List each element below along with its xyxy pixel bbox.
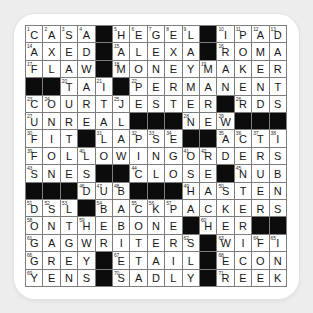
cell-letter: Y (183, 270, 199, 286)
grid-cell: O (235, 43, 251, 59)
cell-letter: L (61, 200, 77, 216)
grid-cell: X (43, 43, 59, 59)
grid-cell: B (270, 165, 286, 181)
grid-cell: E (78, 113, 94, 129)
grid-cell: T (165, 96, 181, 112)
cell-letter: E (113, 252, 129, 268)
grid-cell: U (61, 96, 77, 112)
cell-letter: G (148, 26, 164, 42)
grid-cell: 30F (26, 130, 42, 146)
cell-letter: G (26, 235, 42, 251)
cell-letter: I (165, 252, 181, 268)
cell-letter: I (130, 148, 146, 164)
grid-cell: R (270, 61, 286, 77)
cell-letter: B (113, 217, 129, 233)
block-cell (113, 78, 129, 94)
cell-letter: Y (26, 270, 42, 286)
grid-cell: 40L (78, 148, 94, 164)
cell-letter: D (252, 96, 268, 112)
cell-letter: N (252, 78, 268, 94)
block-cell (43, 78, 59, 94)
grid-cell: G (61, 235, 77, 251)
cell-letter: A (183, 43, 199, 59)
cell-letter: D (78, 183, 94, 199)
block-cell (96, 252, 112, 268)
grid-cell: 67E (113, 252, 129, 268)
cell-letter: K (235, 61, 251, 77)
cell-letter: O (43, 96, 59, 112)
grid-cell: E (200, 165, 216, 181)
cell-letter: R (96, 235, 112, 251)
grid-cell: N (43, 217, 59, 233)
grid-cell: O (96, 148, 112, 164)
cell-letter: U (96, 183, 112, 199)
cell-letter: A (113, 200, 129, 216)
cell-letter: T (235, 183, 251, 199)
cell-letter: C (130, 165, 146, 181)
grid-cell: 16R (217, 43, 233, 59)
cell-letter: T (61, 78, 77, 94)
cell-letter: N (43, 165, 59, 181)
cell-letter: N (148, 217, 164, 233)
grid-cell: M (252, 43, 268, 59)
cell-letter: S (270, 148, 286, 164)
grid-cell: S (270, 148, 286, 164)
grid-cell: 36C (235, 130, 251, 146)
cell-letter: O (130, 217, 146, 233)
cell-letter: A (43, 235, 59, 251)
cell-letter: A (61, 61, 77, 77)
cell-letter: W (78, 235, 94, 251)
cell-letter: L (165, 270, 181, 286)
grid-cell: R (235, 217, 251, 233)
grid-cell: E (148, 235, 164, 251)
grid-cell: R (78, 96, 94, 112)
cell-letter: E (165, 130, 181, 146)
grid-cell: K (235, 61, 251, 77)
cell-letter: E (61, 165, 77, 181)
grid-cell: N (148, 61, 164, 77)
cell-letter: L (183, 26, 199, 42)
grid-cell: 39F (26, 148, 42, 164)
cell-letter: R (200, 96, 216, 112)
grid-cell: 17F (26, 61, 42, 77)
grid-cell: L (61, 148, 77, 164)
grid-cell: L (43, 61, 59, 77)
cell-letter: M (200, 61, 216, 77)
cell-letter: R (217, 270, 233, 286)
grid-cell: 7G (148, 26, 164, 42)
grid-cell: 48B (113, 183, 129, 199)
grid-cell: 10I (217, 26, 233, 42)
cell-letter: R (61, 113, 77, 129)
grid-cell: 13D (270, 26, 286, 42)
grid-cell: Y (183, 61, 199, 77)
grid-cell: 59H (78, 217, 94, 233)
grid-cell: 1C (26, 26, 42, 42)
cell-letter: E (217, 252, 233, 268)
grid-cell: D (78, 43, 94, 59)
grid-cell: 24O (43, 96, 59, 112)
cell-letter: B (113, 183, 129, 199)
cell-letter: E (78, 113, 94, 129)
cell-letter: T (165, 96, 181, 112)
grid-cell: A (200, 183, 216, 199)
cell-letter: S (43, 200, 59, 216)
grid-cell: 21I (96, 78, 112, 94)
cell-letter: K (148, 200, 164, 216)
cell-letter: L (43, 61, 59, 77)
grid-cell: 11P (235, 26, 251, 42)
block-cell (270, 113, 286, 129)
grid-cell: 69Y (26, 270, 42, 286)
grid-cell: A (61, 61, 77, 77)
cell-letter: S (217, 183, 233, 199)
grid-cell: A (96, 113, 112, 129)
cell-letter: N (148, 61, 164, 77)
grid-cell: 42R (200, 148, 216, 164)
grid-cell: I (113, 235, 129, 251)
grid-cell: 53L (61, 200, 77, 216)
grid-cell: X (165, 43, 181, 59)
block-cell (26, 78, 42, 94)
cell-letter: F (252, 235, 268, 251)
cell-letter: K (217, 200, 233, 216)
cell-letter: S (148, 130, 164, 146)
cell-letter: F (26, 148, 42, 164)
grid-cell: E (148, 78, 164, 94)
grid-cell: 61G (26, 235, 42, 251)
grid-cell: 3S (61, 26, 77, 42)
grid-cell: 43S (26, 165, 42, 181)
cell-letter: E (200, 165, 216, 181)
grid-cell: N (43, 165, 59, 181)
grid-cell: L (113, 113, 129, 129)
grid-cell: 4A (78, 26, 94, 42)
grid-cell: R (252, 148, 268, 164)
grid-cell: 31L (96, 130, 112, 146)
block-cell (165, 183, 181, 199)
grid-cell: L (148, 165, 164, 181)
grid-cell: T (270, 78, 286, 94)
block-cell (96, 26, 112, 42)
cell-letter: S (183, 235, 199, 251)
block-cell (217, 165, 233, 181)
grid-cell: A (130, 270, 146, 286)
cell-letter: E (183, 96, 199, 112)
cell-letter: E (200, 113, 216, 129)
cell-letter: E (61, 43, 77, 59)
grid-cell: E (217, 217, 233, 233)
cell-letter: B (96, 200, 112, 216)
grid-cell: 57P (165, 200, 181, 216)
cell-letter: E (235, 148, 251, 164)
cell-letter: L (183, 252, 199, 268)
grid-cell: 29W (217, 113, 233, 129)
grid-cell: K (270, 270, 286, 286)
grid-cell: N (61, 270, 77, 286)
grid-cell: I (43, 130, 59, 146)
cell-letter: R (217, 43, 233, 59)
cell-letter: P (165, 200, 181, 216)
cell-letter: N (235, 165, 251, 181)
grid-cell: O (252, 252, 268, 268)
grid-cell: W (113, 148, 129, 164)
cell-letter: R (200, 148, 216, 164)
grid-cell: K (217, 200, 233, 216)
cell-letter: W (78, 61, 94, 77)
grid-cell: R (165, 78, 181, 94)
cell-letter: R (270, 61, 286, 77)
cell-letter: A (113, 43, 129, 59)
grid-cell: C (200, 200, 216, 216)
grid-cell: 41O (183, 148, 199, 164)
block-cell (113, 165, 129, 181)
block-cell (270, 217, 286, 233)
cell-letter: L (130, 43, 146, 59)
cell-letter: O (165, 165, 181, 181)
grid-cell: 22P (130, 78, 146, 94)
cell-letter: P (130, 78, 146, 94)
grid-cell: E (130, 96, 146, 112)
grid-cell: 49H (183, 183, 199, 199)
grid-cell: S (78, 165, 94, 181)
grid-cell: E (235, 78, 251, 94)
cell-letter: O (96, 148, 112, 164)
grid-cell: E (165, 61, 181, 77)
grid-cell: 2A (43, 26, 59, 42)
cell-letter: U (26, 113, 42, 129)
block-cell (235, 113, 251, 129)
cell-letter: D (270, 26, 286, 42)
cell-letter: Y (183, 61, 199, 77)
cell-letter: R (165, 235, 181, 251)
cell-letter: S (183, 165, 199, 181)
grid-cell: 23C (26, 96, 42, 112)
block-cell (200, 43, 216, 59)
cell-letter: A (96, 113, 112, 129)
grid-cell: 32P (130, 130, 146, 146)
block-cell (252, 113, 268, 129)
grid-cell: 8E (165, 26, 181, 42)
grid-cell: S (78, 270, 94, 286)
block-cell (78, 130, 94, 146)
cell-letter: E (165, 61, 181, 77)
cell-letter: N (148, 148, 164, 164)
cell-letter: L (96, 130, 112, 146)
cell-letter: H (200, 217, 216, 233)
block-cell (200, 270, 216, 286)
grid-cell: 52S (43, 200, 59, 216)
grid-cell: E (61, 165, 77, 181)
grid-cell: 64F (252, 235, 268, 251)
grid-cell: S (270, 96, 286, 112)
cell-letter: C (130, 200, 146, 216)
cell-letter: C (200, 200, 216, 216)
grid-cell: O (165, 165, 181, 181)
grid-cell: 62S (183, 235, 199, 251)
cell-letter: R (235, 217, 251, 233)
cell-letter: E (148, 235, 164, 251)
cell-letter: E (130, 96, 146, 112)
cell-letter: R (235, 96, 251, 112)
grid-cell: R (165, 235, 181, 251)
cell-letter: C (235, 130, 251, 146)
grid-cell: D (217, 148, 233, 164)
grid-cell: N (270, 183, 286, 199)
grid-cell: R (252, 200, 268, 216)
block-cell (26, 183, 42, 199)
cell-letter: E (148, 43, 164, 59)
block-cell (43, 183, 59, 199)
grid-cell: 60H (200, 217, 216, 233)
grid-cell: 71R (217, 270, 233, 286)
cell-letter: R (43, 252, 59, 268)
cell-letter: O (183, 148, 199, 164)
cell-letter: C (235, 252, 251, 268)
cell-letter: T (61, 130, 77, 146)
grid-cell: B (113, 217, 129, 233)
grid-cell: 6E (130, 26, 146, 42)
cell-letter: O (130, 61, 146, 77)
grid-cell: 58O (26, 217, 42, 233)
grid-cell: Y (183, 270, 199, 286)
cell-letter: A (130, 270, 146, 286)
cell-letter: I (235, 235, 251, 251)
block-cell (217, 96, 233, 112)
grid-cell: 15A (113, 43, 129, 59)
cell-letter: L (78, 148, 94, 164)
cell-letter: S (26, 165, 42, 181)
cell-letter: P (130, 130, 146, 146)
grid-cell: W (78, 235, 94, 251)
cell-letter: J (113, 96, 129, 112)
grid-cell: E (96, 217, 112, 233)
grid-cell: O (130, 217, 146, 233)
grid-cell: A (113, 130, 129, 146)
cell-letter: I (270, 235, 286, 251)
block-cell (130, 183, 146, 199)
grid-cell: 66G (26, 252, 42, 268)
block-cell (96, 270, 112, 286)
grid-cell: E (235, 200, 251, 216)
cell-letter: N (43, 113, 59, 129)
cell-letter: E (252, 270, 268, 286)
block-cell (165, 113, 181, 129)
grid-cell: 34E (165, 130, 181, 146)
cell-letter: C (26, 96, 42, 112)
grid-cell: I (130, 148, 146, 164)
grid-cell: E (148, 43, 164, 59)
block-cell (130, 113, 146, 129)
block-cell (148, 113, 164, 129)
cell-letter: U (252, 165, 268, 181)
cell-letter: A (217, 130, 233, 146)
cell-letter: E (235, 78, 251, 94)
block-cell (96, 43, 112, 59)
block-cell (148, 183, 164, 199)
cell-letter: E (235, 200, 251, 216)
cell-letter: T (130, 235, 146, 251)
grid-cell: E (252, 61, 268, 77)
cell-letter: O (235, 43, 251, 59)
cell-letter: N (43, 217, 59, 233)
cell-letter: N (217, 78, 233, 94)
grid-cell: 20T (61, 78, 77, 94)
grid-cell: N (43, 113, 59, 129)
cell-letter: W (217, 113, 233, 129)
cell-letter: S (113, 270, 129, 286)
cell-letter: A (113, 130, 129, 146)
grid-cell: R (43, 252, 59, 268)
cell-letter: X (165, 43, 181, 59)
grid-cell: T (61, 130, 77, 146)
grid-cell: 19M (200, 61, 216, 77)
cell-letter: E (43, 270, 59, 286)
cell-letter: R (78, 96, 94, 112)
grid-cell: 63W (217, 235, 233, 251)
grid-cell: R (96, 235, 112, 251)
block-cell (96, 61, 112, 77)
cell-letter: E (165, 26, 181, 42)
grid-cell: N (217, 78, 233, 94)
grid-cell: 14A (26, 43, 42, 59)
grid-cell: S (183, 165, 199, 181)
grid-cell: 68E (217, 252, 233, 268)
grid-cell: 70S (113, 270, 129, 286)
cell-letter: T (130, 252, 146, 268)
grid-cell: 12A (252, 26, 268, 42)
block-cell (252, 217, 268, 233)
grid-cell: N (252, 78, 268, 94)
cell-letter: I (270, 130, 286, 146)
cell-letter: E (235, 270, 251, 286)
block-cell (200, 252, 216, 268)
cell-letter: E (252, 183, 268, 199)
cell-letter: D (26, 200, 42, 216)
grid-cell: D (148, 270, 164, 286)
grid-cell: E (61, 252, 77, 268)
cell-letter: D (78, 43, 94, 59)
grid-cell: A (270, 43, 286, 59)
cell-letter: O (26, 217, 42, 233)
grid-cell: R (200, 96, 216, 112)
cell-letter: I (113, 235, 129, 251)
block-cell (96, 165, 112, 181)
sticker-card: 1C2A3S4A5H6E7G8E9L10I11P12A13D14AXED15AL… (14, 14, 299, 299)
cell-letter: M (183, 78, 199, 94)
grid-cell: 18M (113, 61, 129, 77)
grid-cell: N (270, 252, 286, 268)
cell-letter: P (235, 26, 251, 42)
grid-cell: 45N (235, 165, 251, 181)
grid-cell: E (61, 43, 77, 59)
cell-letter: N (183, 113, 199, 129)
grid-cell: 56K (148, 200, 164, 216)
grid-cell: A (43, 235, 59, 251)
cell-letter: H (113, 26, 129, 42)
cell-letter: C (26, 26, 42, 42)
grid-cell: 44C (130, 165, 146, 181)
grid-cell: C (235, 252, 251, 268)
grid-cell: A (183, 200, 199, 216)
cell-letter: F (26, 130, 42, 146)
grid-cell: A (183, 43, 199, 59)
grid-cell: G (165, 148, 181, 164)
cell-letter: S (148, 96, 164, 112)
cell-letter: S (78, 165, 94, 181)
grid-cell: I (165, 252, 181, 268)
